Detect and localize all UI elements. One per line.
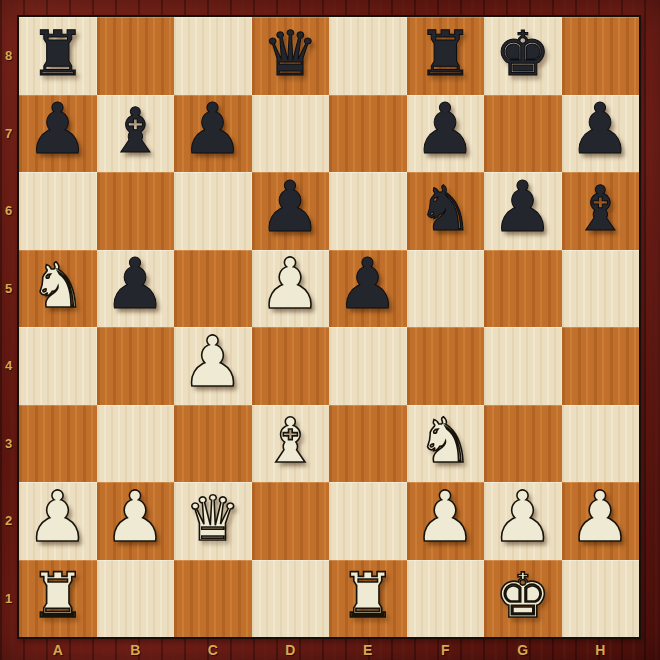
square-f6[interactable]: ♞ xyxy=(407,172,485,250)
rank-label-5: 5 xyxy=(0,250,17,328)
square-g4[interactable] xyxy=(484,327,562,405)
piece-white-knight: ♞ xyxy=(417,410,473,472)
square-g1[interactable]: ♚ xyxy=(484,560,562,638)
square-a6[interactable] xyxy=(19,172,97,250)
square-b7[interactable]: ♝ xyxy=(97,95,175,173)
piece-black-pawn: ♟ xyxy=(181,95,244,165)
piece-white-pawn: ♟ xyxy=(181,327,244,397)
square-f5[interactable] xyxy=(407,250,485,328)
square-h8[interactable] xyxy=(562,17,640,95)
square-c2[interactable]: ♛ xyxy=(174,482,252,560)
piece-white-pawn: ♟ xyxy=(259,250,322,320)
square-d5[interactable]: ♟ xyxy=(252,250,330,328)
file-label-b: B xyxy=(97,639,175,660)
square-b8[interactable] xyxy=(97,17,175,95)
rank-label-6: 6 xyxy=(0,172,17,250)
square-d3[interactable]: ♝ xyxy=(252,405,330,483)
piece-black-rook: ♜ xyxy=(417,23,473,85)
piece-white-pawn: ♟ xyxy=(569,482,632,552)
square-d6[interactable]: ♟ xyxy=(252,172,330,250)
square-h5[interactable] xyxy=(562,250,640,328)
square-e2[interactable] xyxy=(329,482,407,560)
square-g8[interactable]: ♚ xyxy=(484,17,562,95)
piece-black-pawn: ♟ xyxy=(336,250,399,320)
piece-white-pawn: ♟ xyxy=(414,482,477,552)
square-e1[interactable]: ♜ xyxy=(329,560,407,638)
piece-black-pawn: ♟ xyxy=(104,250,167,320)
square-f4[interactable] xyxy=(407,327,485,405)
square-d8[interactable]: ♛ xyxy=(252,17,330,95)
square-b3[interactable] xyxy=(97,405,175,483)
square-f8[interactable]: ♜ xyxy=(407,17,485,95)
piece-white-king: ♚ xyxy=(495,565,551,627)
file-label-d: D xyxy=(252,639,330,660)
square-e6[interactable] xyxy=(329,172,407,250)
file-label-a: A xyxy=(19,639,97,660)
piece-white-pawn: ♟ xyxy=(491,482,554,552)
square-f2[interactable]: ♟ xyxy=(407,482,485,560)
piece-white-pawn: ♟ xyxy=(104,482,167,552)
square-g2[interactable]: ♟ xyxy=(484,482,562,560)
square-h6[interactable]: ♝ xyxy=(562,172,640,250)
rank-label-1: 1 xyxy=(0,560,17,638)
rank-label-4: 4 xyxy=(0,327,17,405)
file-label-f: F xyxy=(407,639,485,660)
square-a8[interactable]: ♜ xyxy=(19,17,97,95)
piece-black-pawn: ♟ xyxy=(414,95,477,165)
piece-black-pawn: ♟ xyxy=(259,172,322,242)
piece-black-pawn: ♟ xyxy=(569,95,632,165)
square-b2[interactable]: ♟ xyxy=(97,482,175,560)
square-g6[interactable]: ♟ xyxy=(484,172,562,250)
piece-white-pawn: ♟ xyxy=(26,482,89,552)
piece-black-knight: ♞ xyxy=(417,178,473,240)
square-a1[interactable]: ♜ xyxy=(19,560,97,638)
square-c5[interactable] xyxy=(174,250,252,328)
rank-label-7: 7 xyxy=(0,95,17,173)
piece-black-rook: ♜ xyxy=(30,23,86,85)
piece-black-bishop: ♝ xyxy=(107,100,163,162)
piece-white-rook: ♜ xyxy=(340,565,396,627)
square-e7[interactable] xyxy=(329,95,407,173)
piece-white-knight: ♞ xyxy=(30,255,86,317)
square-e8[interactable] xyxy=(329,17,407,95)
file-label-g: G xyxy=(484,639,562,660)
square-h7[interactable]: ♟ xyxy=(562,95,640,173)
piece-white-bishop: ♝ xyxy=(262,410,318,472)
square-d4[interactable] xyxy=(252,327,330,405)
piece-black-king: ♚ xyxy=(495,23,551,85)
square-d2[interactable] xyxy=(252,482,330,560)
square-f3[interactable]: ♞ xyxy=(407,405,485,483)
square-g3[interactable] xyxy=(484,405,562,483)
square-g5[interactable] xyxy=(484,250,562,328)
square-a7[interactable]: ♟ xyxy=(19,95,97,173)
square-c7[interactable]: ♟ xyxy=(174,95,252,173)
square-e4[interactable] xyxy=(329,327,407,405)
square-e5[interactable]: ♟ xyxy=(329,250,407,328)
square-d1[interactable] xyxy=(252,560,330,638)
rank-label-8: 8 xyxy=(0,17,17,95)
square-a5[interactable]: ♞ xyxy=(19,250,97,328)
square-d7[interactable] xyxy=(252,95,330,173)
board-frame: ♜♛♜♚♟♝♟♟♟♟♞♟♝♞♟♟♟♟♝♞♟♟♛♟♟♟♜♜♚ ABCDEFGH 8… xyxy=(0,0,660,660)
square-a4[interactable] xyxy=(19,327,97,405)
rank-labels: 87654321 xyxy=(0,17,17,637)
square-h4[interactable] xyxy=(562,327,640,405)
square-e3[interactable] xyxy=(329,405,407,483)
chess-board: ♜♛♜♚♟♝♟♟♟♟♞♟♝♞♟♟♟♟♝♞♟♟♛♟♟♟♜♜♚ xyxy=(17,15,641,639)
square-b6[interactable] xyxy=(97,172,175,250)
square-a3[interactable] xyxy=(19,405,97,483)
square-a2[interactable]: ♟ xyxy=(19,482,97,560)
square-f1[interactable] xyxy=(407,560,485,638)
file-label-e: E xyxy=(329,639,407,660)
square-c3[interactable] xyxy=(174,405,252,483)
piece-black-pawn: ♟ xyxy=(491,172,554,242)
rank-label-2: 2 xyxy=(0,482,17,560)
square-c6[interactable] xyxy=(174,172,252,250)
square-b5[interactable]: ♟ xyxy=(97,250,175,328)
piece-black-bishop: ♝ xyxy=(572,178,628,240)
piece-black-pawn: ♟ xyxy=(26,95,89,165)
piece-white-rook: ♜ xyxy=(30,565,86,627)
square-f7[interactable]: ♟ xyxy=(407,95,485,173)
piece-white-queen: ♛ xyxy=(185,488,241,550)
piece-black-queen: ♛ xyxy=(262,23,318,85)
file-label-c: C xyxy=(174,639,252,660)
square-h2[interactable]: ♟ xyxy=(562,482,640,560)
file-labels: ABCDEFGH xyxy=(19,639,639,660)
square-c8[interactable] xyxy=(174,17,252,95)
rank-label-3: 3 xyxy=(0,405,17,483)
square-h1[interactable] xyxy=(562,560,640,638)
square-g7[interactable] xyxy=(484,95,562,173)
square-h3[interactable] xyxy=(562,405,640,483)
file-label-h: H xyxy=(562,639,640,660)
square-c1[interactable] xyxy=(174,560,252,638)
square-b1[interactable] xyxy=(97,560,175,638)
square-b4[interactable] xyxy=(97,327,175,405)
square-c4[interactable]: ♟ xyxy=(174,327,252,405)
